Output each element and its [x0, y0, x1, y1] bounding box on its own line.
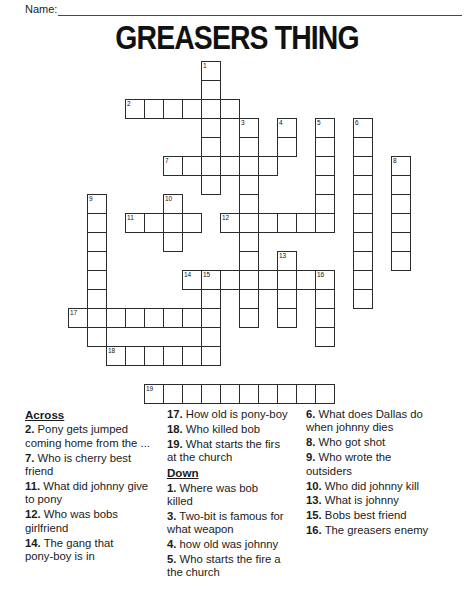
clue-item: 16. The greasers enemy	[306, 524, 468, 537]
clue-item: 10. Who did johnny kill	[306, 480, 468, 493]
grid-cell[interactable]	[315, 175, 335, 195]
grid-cell[interactable]	[353, 137, 373, 157]
clue-item-text: Who starts the fire a the church	[167, 553, 281, 578]
grid-cell[interactable]	[239, 194, 259, 214]
grid-cell[interactable]	[258, 156, 278, 176]
grid-cell[interactable]	[201, 384, 221, 404]
clue-number: 4	[279, 119, 283, 127]
grid-cell[interactable]	[144, 346, 164, 366]
grid-cell[interactable]	[220, 270, 240, 290]
grid-cell[interactable]	[201, 175, 221, 195]
clue-item-text: Who is cherry best friend	[25, 452, 131, 477]
clue-item-text: how old was johnny	[180, 538, 279, 550]
clue-item: 12. Who was bobs girlfriend	[25, 508, 167, 535]
clue-item-number: 18.	[167, 423, 183, 435]
clue-item-number: 19.	[167, 438, 183, 450]
clue-item-text: The greasers enemy	[325, 524, 429, 536]
grid-cell[interactable]	[201, 156, 221, 176]
grid-cell[interactable]	[258, 270, 278, 290]
grid-cell[interactable]: 5	[315, 118, 335, 138]
grid-cell[interactable]	[391, 194, 411, 214]
clue-item-number: 2.	[25, 423, 34, 435]
grid-cell[interactable]	[277, 137, 297, 157]
clue-number: 9	[89, 195, 93, 203]
grid-cell[interactable]	[391, 232, 411, 252]
clue-item-text: Who killed bob	[186, 423, 260, 435]
grid-cell[interactable]	[353, 213, 373, 233]
grid-cell[interactable]: 17	[68, 308, 88, 328]
grid-cell[interactable]	[353, 194, 373, 214]
grid-cell[interactable]	[220, 384, 240, 404]
grid-cell[interactable]: 11	[125, 213, 145, 233]
clue-number: 16	[317, 271, 324, 279]
grid-cell[interactable]	[277, 384, 297, 404]
grid-cell[interactable]	[296, 270, 316, 290]
clue-item: 2. Pony gets jumped coming home from the…	[25, 423, 167, 450]
clue-item-number: 15.	[306, 509, 322, 521]
clue-item-text: Bobs best friend	[325, 509, 407, 521]
clue-item-number: 9.	[306, 451, 315, 463]
clue-number: 5	[317, 119, 321, 127]
grid-cell[interactable]	[353, 270, 373, 290]
grid-cell[interactable]	[163, 99, 183, 119]
grid-cell[interactable]	[87, 327, 107, 347]
clue-item-number: 16.	[306, 524, 322, 536]
grid-cell[interactable]	[125, 308, 145, 328]
grid-cell[interactable]	[315, 289, 335, 309]
grid-cell[interactable]	[201, 308, 221, 328]
clue-number: 12	[222, 214, 229, 222]
clue-item-text: Two-bit is famous for what weapon	[167, 510, 284, 535]
clue-item-number: 4.	[167, 538, 176, 550]
clue-item: 7. Who is cherry best friend	[25, 452, 167, 479]
grid-cell[interactable]	[220, 99, 240, 119]
grid-cell[interactable]	[353, 156, 373, 176]
grid-cell[interactable]	[315, 194, 335, 214]
clue-column-1: Across2. Pony gets jumped coming home fr…	[25, 408, 167, 565]
crossword-worksheet: { "game": "crossword", "name_label": "Na…	[0, 0, 474, 613]
grid-cell[interactable]	[239, 308, 259, 328]
grid-cell[interactable]	[87, 308, 107, 328]
clue-item: 8. Who got shot	[306, 436, 468, 449]
clue-item: 4. how old was johnny	[167, 538, 304, 551]
clue-item-text: Pony gets jumped coming home from the ..…	[25, 423, 150, 448]
grid-cell[interactable]	[277, 213, 297, 233]
clue-item: 14. The gang that pony-boy is in	[25, 537, 167, 564]
grid-cell[interactable]	[87, 289, 107, 309]
grid-cell[interactable]: 3	[239, 118, 259, 138]
grid-cell[interactable]: 6	[353, 118, 373, 138]
grid-cell[interactable]	[182, 384, 202, 404]
clue-item: 6. What does Dallas do when johnny dies	[306, 408, 468, 435]
grid-cell[interactable]	[201, 289, 221, 309]
clue-item: 19. What starts the firs at the church	[167, 438, 304, 465]
clue-item-number: 17.	[167, 408, 183, 420]
grid-cell[interactable]	[277, 289, 297, 309]
grid-cell[interactable]	[239, 270, 259, 290]
grid-cell[interactable]	[144, 213, 164, 233]
clue-item: 18. Who killed bob	[167, 423, 304, 436]
clue-number: 10	[165, 195, 172, 203]
grid-cell[interactable]	[239, 289, 259, 309]
grid-cell[interactable]: 18	[106, 346, 126, 366]
grid-cell[interactable]	[163, 232, 183, 252]
clue-item-text: Who wrote the outsiders	[306, 451, 391, 476]
clue-number: 1	[203, 62, 207, 70]
grid-cell[interactable]: 9	[87, 194, 107, 214]
clue-number: 17	[70, 309, 77, 317]
grid-cell[interactable]	[353, 175, 373, 195]
clue-number: 14	[184, 271, 191, 279]
grid-cell[interactable]: 19	[144, 384, 164, 404]
clue-number: 8	[393, 157, 397, 165]
grid-cell[interactable]	[106, 308, 126, 328]
clue-number: 18	[108, 347, 115, 355]
clue-number: 15	[203, 271, 210, 279]
name-blank-line	[58, 1, 462, 16]
clue-item-number: 11.	[25, 480, 40, 492]
clue-column-2: 17. How old is pony-boy18. Who killed bo…	[167, 408, 304, 581]
grid-cell[interactable]: 4	[277, 118, 297, 138]
clue-item-number: 12.	[25, 508, 41, 520]
clue-item-text: How old is pony-boy	[186, 408, 288, 420]
page-title: GREASERS THING	[33, 19, 441, 57]
clue-item-number: 14.	[25, 537, 41, 549]
grid-cell[interactable]	[315, 156, 335, 176]
grid-cell[interactable]	[239, 137, 259, 157]
clue-number: 3	[241, 119, 245, 127]
grid-cell[interactable]	[239, 175, 259, 195]
grid-cell[interactable]	[201, 327, 221, 347]
clue-item-text: Who did johnny kill	[325, 480, 419, 492]
grid-cell[interactable]: 13	[277, 251, 297, 271]
grid-cell[interactable]	[239, 213, 259, 233]
grid-cell[interactable]	[315, 137, 335, 157]
clue-item-number: 7.	[25, 452, 34, 464]
clue-number: 6	[355, 119, 359, 127]
clue-number: 7	[165, 157, 169, 165]
grid-cell[interactable]	[391, 213, 411, 233]
grid-cell[interactable]	[144, 99, 164, 119]
clue-item-number: 3.	[167, 510, 176, 522]
grid-cell[interactable]	[296, 384, 316, 404]
grid-cell[interactable]	[201, 80, 221, 100]
grid-cell[interactable]	[182, 346, 202, 366]
clue-item-text: Who got shot	[319, 436, 386, 448]
clue-item-number: 1.	[167, 482, 176, 494]
clue-item-number: 10.	[306, 480, 322, 492]
grid-cell[interactable]	[87, 270, 107, 290]
name-label: Name:	[25, 3, 57, 15]
clue-item: 1. Where was bob killed	[167, 482, 304, 509]
clue-number: 19	[146, 385, 153, 393]
grid-cell[interactable]	[315, 308, 335, 328]
clue-item: 13. What is johnny	[306, 494, 468, 507]
grid-cell[interactable]	[220, 156, 240, 176]
grid-cell[interactable]	[296, 213, 316, 233]
clue-item-text: What starts the firs at the church	[167, 438, 280, 463]
clue-list-header-across: Across	[25, 408, 167, 421]
clue-item-number: 5.	[167, 553, 176, 565]
grid-cell[interactable]	[353, 289, 373, 309]
clue-list-header-down: Down	[167, 466, 304, 479]
grid-cell[interactable]	[239, 232, 259, 252]
clue-item-text: What does Dallas do when johnny dies	[306, 408, 423, 433]
clue-item-number: 13.	[306, 494, 322, 506]
clue-item: 3. Two-bit is famous for what weapon	[167, 510, 304, 537]
grid-cell[interactable]	[277, 270, 297, 290]
grid-cell[interactable]	[87, 251, 107, 271]
grid-cell[interactable]	[239, 156, 259, 176]
grid-cell[interactable]	[315, 384, 335, 404]
grid-cell[interactable]	[163, 213, 183, 233]
clue-item-text: Where was bob killed	[167, 482, 258, 507]
grid-cell[interactable]	[353, 232, 373, 252]
grid-cell[interactable]	[258, 384, 278, 404]
grid-cell[interactable]: 10	[163, 194, 183, 214]
grid-cell[interactable]	[182, 308, 202, 328]
grid-cell[interactable]	[163, 308, 183, 328]
grid-cell[interactable]	[144, 308, 164, 328]
grid-cell[interactable]: 15	[201, 270, 221, 290]
grid-cell[interactable]	[201, 137, 221, 157]
grid-cell[interactable]	[182, 99, 202, 119]
grid-cell[interactable]: 7	[163, 156, 183, 176]
grid-cell[interactable]	[239, 251, 259, 271]
grid-cell[interactable]	[163, 384, 183, 404]
grid-cell[interactable]: 8	[391, 156, 411, 176]
clue-item: 17. How old is pony-boy	[167, 408, 304, 421]
grid-cell[interactable]	[87, 232, 107, 252]
grid-cell[interactable]: 1	[201, 61, 221, 81]
grid-cell[interactable]	[239, 384, 259, 404]
clue-item: 11. What did johnny give to pony	[25, 480, 167, 507]
grid-cell[interactable]: 16	[315, 270, 335, 290]
clue-column-3: 6. What does Dallas do when johnny dies8…	[306, 408, 468, 539]
grid-cell[interactable]	[258, 213, 278, 233]
grid-cell[interactable]	[391, 251, 411, 271]
clue-item: 15. Bobs best friend	[306, 509, 468, 522]
clue-item: 5. Who starts the fire a the church	[167, 553, 304, 580]
grid-cell[interactable]	[315, 213, 335, 233]
grid-cell[interactable]: 2	[125, 99, 145, 119]
grid-cell[interactable]	[182, 156, 202, 176]
grid-cell[interactable]	[125, 346, 145, 366]
clue-item-text: What is johnny	[325, 494, 399, 506]
grid-cell[interactable]	[163, 346, 183, 366]
grid-cell[interactable]	[391, 175, 411, 195]
grid-cell[interactable]: 12	[220, 213, 240, 233]
grid-cell[interactable]	[87, 213, 107, 233]
grid-cell[interactable]: 14	[182, 270, 202, 290]
clue-number: 11	[127, 214, 134, 222]
clue-item: 9. Who wrote the outsiders	[306, 451, 468, 478]
crossword-grid: 12345678910111213141516171819	[68, 61, 411, 404]
clue-number: 2	[127, 100, 131, 108]
clue-item-number: 8.	[306, 436, 315, 448]
grid-cell[interactable]	[201, 99, 221, 119]
grid-cell[interactable]	[277, 308, 297, 328]
grid-cell[interactable]	[201, 118, 221, 138]
grid-cell[interactable]	[353, 251, 373, 271]
clue-item-text: What did johnny give to pony	[25, 480, 148, 505]
grid-cell[interactable]	[182, 213, 202, 233]
grid-cell[interactable]	[315, 327, 335, 347]
clue-item-number: 6.	[306, 408, 315, 420]
clue-number: 13	[279, 252, 286, 260]
grid-cell[interactable]	[201, 346, 221, 366]
